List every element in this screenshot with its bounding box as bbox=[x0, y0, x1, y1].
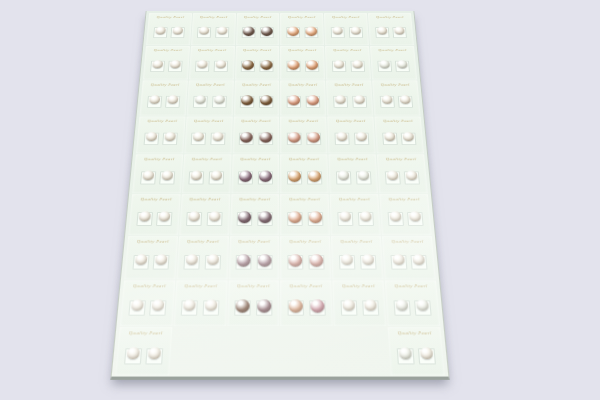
card-label: Quality Pearl bbox=[156, 13, 184, 20]
pearl-S bbox=[214, 95, 225, 104]
card-label: Quality Pearl bbox=[394, 281, 428, 290]
pearl-pair bbox=[132, 163, 182, 193]
pearl-mount bbox=[393, 300, 410, 315]
pearl-pair bbox=[173, 290, 227, 326]
pearl-W bbox=[403, 132, 415, 141]
pearl-card-r3c6: Quality Pearl bbox=[372, 80, 420, 115]
pearl-mount bbox=[165, 96, 180, 108]
pearl-card-r1c1: Quality Pearl bbox=[146, 13, 192, 45]
pearl-W bbox=[207, 254, 219, 265]
pearl-mount bbox=[193, 96, 208, 108]
pearl-mount bbox=[239, 133, 254, 145]
pearl-pair bbox=[385, 290, 440, 326]
pearl-card-r2c4: Quality Pearl bbox=[280, 46, 325, 80]
pearl-mount bbox=[195, 61, 210, 72]
pearl-pair bbox=[280, 125, 327, 154]
pearl-S bbox=[395, 299, 408, 310]
card-row-3: Quality PearlQuality PearlQuality PearlQ… bbox=[139, 80, 420, 115]
pearl-W bbox=[155, 254, 167, 265]
pearl-mount bbox=[132, 255, 149, 270]
pearl-mount bbox=[354, 133, 369, 145]
pearl-mount bbox=[146, 348, 164, 364]
pearl-P6 bbox=[288, 211, 301, 223]
pearl-pair bbox=[280, 20, 324, 45]
pearl-card-r7c1: Quality Pearl bbox=[124, 236, 178, 279]
pearl-W bbox=[394, 27, 405, 35]
pearl-card-r7c4: Quality Pearl bbox=[281, 236, 332, 279]
pearl-pair bbox=[280, 203, 330, 235]
pearl-card-r1c6: Quality Pearl bbox=[368, 13, 414, 45]
pearl-S bbox=[399, 347, 412, 359]
pearl-P2 bbox=[288, 60, 300, 70]
pearl-mount bbox=[287, 212, 303, 226]
pearl-mount bbox=[240, 96, 255, 108]
pearl-D1 bbox=[261, 27, 273, 36]
pearl-mount bbox=[411, 255, 428, 270]
pearl-mount bbox=[147, 96, 162, 108]
pearl-mount bbox=[348, 27, 362, 38]
pearl-W bbox=[332, 27, 342, 35]
pearl-W bbox=[186, 254, 198, 265]
pearl-mount bbox=[407, 212, 424, 226]
pearl-W bbox=[173, 27, 184, 35]
card-label: Quality Pearl bbox=[334, 81, 363, 88]
card-label: Quality Pearl bbox=[147, 117, 177, 125]
pearl-mount bbox=[305, 96, 320, 108]
pearl-mount bbox=[340, 300, 357, 315]
pearl-mount bbox=[287, 61, 301, 72]
pearl-P5 bbox=[288, 171, 301, 182]
pearl-pair bbox=[333, 290, 387, 326]
card-label: Quality Pearl bbox=[397, 327, 432, 337]
card-label: Quality Pearl bbox=[128, 327, 163, 337]
card-label: Quality Pearl bbox=[339, 194, 371, 202]
pearl-P1 bbox=[305, 27, 317, 36]
pearl-W bbox=[381, 95, 392, 104]
pearl-mount bbox=[304, 27, 318, 38]
pearl-D1 bbox=[243, 27, 255, 36]
pearl-mount bbox=[205, 255, 221, 270]
pearl-W bbox=[193, 132, 204, 141]
pearl-card-r5c6: Quality Pearl bbox=[377, 154, 428, 193]
pearl-card-r5c1: Quality Pearl bbox=[132, 154, 183, 193]
pearl-mount bbox=[191, 133, 206, 145]
card-label: Quality Pearl bbox=[143, 155, 174, 163]
pearl-card-r4c2: Quality Pearl bbox=[184, 116, 232, 153]
pearl-pair bbox=[182, 163, 231, 193]
card-label: Quality Pearl bbox=[239, 194, 271, 202]
pearl-W bbox=[211, 171, 222, 181]
pearl-card-r6c4: Quality Pearl bbox=[280, 194, 330, 235]
pearl-mount bbox=[375, 27, 389, 38]
card-row-9: Quality PearlQuality Pearl bbox=[115, 327, 445, 375]
pearl-mount bbox=[395, 61, 410, 72]
pearl-B3 bbox=[260, 95, 272, 105]
pearl-mount bbox=[352, 96, 367, 108]
pearl-mount bbox=[287, 171, 302, 184]
card-label: Quality Pearl bbox=[192, 155, 223, 163]
pearl-W bbox=[152, 299, 165, 310]
card-label: Quality Pearl bbox=[288, 13, 316, 20]
pearl-W bbox=[142, 171, 154, 181]
pearl-card-r7c6: Quality Pearl bbox=[382, 236, 436, 279]
pearl-pair bbox=[280, 88, 326, 116]
pearl-P5 bbox=[308, 171, 321, 182]
pearl-mount bbox=[385, 171, 401, 184]
pearl-mount bbox=[153, 255, 170, 270]
pearl-W bbox=[336, 132, 347, 141]
pearl-mount bbox=[237, 212, 253, 226]
pearl-pair bbox=[280, 163, 328, 193]
card-row-8: Quality PearlQuality PearlQuality PearlQ… bbox=[120, 280, 440, 326]
pearl-W bbox=[155, 27, 166, 35]
pearl-M7 bbox=[258, 254, 272, 267]
card-row-2: Quality PearlQuality PearlQuality PearlQ… bbox=[143, 46, 417, 80]
pearl-W bbox=[159, 211, 171, 221]
pearl-mount bbox=[404, 171, 420, 184]
pearl-pair bbox=[375, 125, 424, 154]
card-label: Quality Pearl bbox=[196, 81, 225, 88]
pearl-P1 bbox=[287, 27, 299, 36]
pearl-mount bbox=[209, 171, 225, 184]
pearl-W bbox=[359, 211, 371, 221]
pearl-mount bbox=[287, 133, 302, 145]
pearl-W bbox=[216, 60, 227, 68]
pearl-card-r6c5: Quality Pearl bbox=[330, 194, 381, 235]
pearl-mount bbox=[215, 27, 229, 38]
pearl-pair bbox=[235, 53, 280, 79]
pearl-W bbox=[389, 211, 401, 221]
pearl-card-r2c1: Quality Pearl bbox=[143, 46, 190, 80]
pearl-card-r3c4: Quality Pearl bbox=[280, 80, 326, 115]
pearl-W bbox=[354, 95, 365, 104]
card-label: Quality Pearl bbox=[289, 117, 319, 125]
empty-tray-slot bbox=[225, 327, 279, 375]
pearl-B3 bbox=[241, 95, 254, 105]
pearl-W bbox=[413, 254, 425, 265]
pearl-pair bbox=[228, 246, 279, 280]
pearl-card-r7c5: Quality Pearl bbox=[331, 236, 383, 279]
pearl-pair bbox=[139, 88, 187, 116]
pearl-pair bbox=[184, 125, 232, 154]
pearl-pair bbox=[124, 246, 177, 280]
card-row-7: Quality PearlQuality PearlQuality PearlQ… bbox=[124, 236, 436, 279]
pearl-mount bbox=[393, 27, 408, 38]
pearl-pair bbox=[191, 20, 236, 45]
pearl-mount bbox=[259, 61, 273, 72]
pearl-W bbox=[352, 60, 363, 68]
pearl-W bbox=[148, 347, 161, 359]
pearl-card-r9c1: Quality Pearl bbox=[115, 327, 172, 375]
pearl-pair bbox=[388, 338, 444, 376]
pearl-pair bbox=[236, 20, 280, 45]
pearl-mount bbox=[124, 348, 142, 364]
card-row-1: Quality PearlQuality PearlQuality PearlQ… bbox=[146, 13, 414, 45]
pearl-W bbox=[387, 171, 399, 181]
card-label: Quality Pearl bbox=[187, 236, 220, 245]
pearl-mount bbox=[136, 212, 153, 226]
pearl-card-r1c2: Quality Pearl bbox=[191, 13, 236, 45]
pearl-mount bbox=[333, 96, 348, 108]
pearl-P4 bbox=[288, 132, 301, 143]
pearl-W bbox=[184, 299, 197, 310]
pearl-P7 bbox=[309, 254, 323, 267]
card-label: Quality Pearl bbox=[383, 117, 413, 125]
pearl-W bbox=[168, 95, 179, 104]
pearl-mount bbox=[359, 255, 376, 270]
card-label: Quality Pearl bbox=[132, 281, 166, 290]
pearl-mount bbox=[236, 255, 252, 270]
pearl-pair bbox=[186, 88, 233, 116]
pearl-mount bbox=[140, 171, 156, 184]
pearl-mount bbox=[308, 255, 324, 270]
pearl-W bbox=[364, 299, 377, 310]
pearl-M5 bbox=[239, 171, 252, 182]
pearl-mount bbox=[128, 300, 146, 315]
pearl-mount bbox=[186, 212, 202, 226]
pearl-W bbox=[213, 132, 224, 141]
card-label: Quality Pearl bbox=[194, 117, 224, 125]
pearl-W bbox=[162, 171, 174, 181]
pearl-mount bbox=[256, 300, 272, 315]
pearl-card-r8c1: Quality Pearl bbox=[120, 280, 175, 326]
pearl-mount bbox=[382, 133, 398, 145]
pearl-pair bbox=[227, 290, 280, 326]
card-row-4: Quality PearlQuality PearlQuality PearlQ… bbox=[136, 116, 424, 153]
pearl-card-r1c4: Quality Pearl bbox=[280, 13, 324, 45]
pearl-mount bbox=[214, 61, 228, 72]
pearl-P7 bbox=[289, 254, 303, 267]
pearl-pair bbox=[329, 163, 378, 193]
pearl-W bbox=[392, 254, 404, 265]
pearl-mount bbox=[357, 212, 373, 226]
photo-scene: Quality PearlQuality PearlQuality PearlQ… bbox=[0, 0, 600, 400]
card-row-6: Quality PearlQuality PearlQuality PearlQ… bbox=[128, 194, 431, 235]
pearl-pair bbox=[371, 53, 418, 79]
card-label: Quality Pearl bbox=[376, 13, 404, 20]
pearl-card-r2c6: Quality Pearl bbox=[370, 46, 417, 80]
pearl-W bbox=[126, 347, 139, 359]
empty-tray-slot bbox=[334, 327, 390, 375]
card-label: Quality Pearl bbox=[385, 155, 416, 163]
pearl-card-r5c3: Quality Pearl bbox=[231, 154, 279, 193]
pearl-mount bbox=[159, 171, 175, 184]
pearl-B2 bbox=[260, 60, 272, 70]
card-label: Quality Pearl bbox=[136, 236, 169, 245]
card-label: Quality Pearl bbox=[288, 46, 317, 53]
pearl-W bbox=[335, 95, 346, 104]
pearl-V8 bbox=[257, 299, 271, 312]
pearl-Q8 bbox=[310, 299, 324, 312]
pearl-mount bbox=[153, 27, 168, 38]
pearl-pair bbox=[383, 246, 436, 280]
card-label: Quality Pearl bbox=[198, 46, 227, 53]
pearl-W bbox=[189, 211, 201, 221]
pearl-card-r6c1: Quality Pearl bbox=[128, 194, 180, 235]
pearl-P6 bbox=[308, 211, 322, 223]
empty-tray-slot bbox=[281, 327, 335, 375]
card-label: Quality Pearl bbox=[242, 81, 271, 88]
pearl-pair bbox=[328, 125, 376, 154]
pearl-mount bbox=[181, 300, 198, 315]
pearl-mount bbox=[143, 133, 159, 145]
card-label: Quality Pearl bbox=[244, 13, 272, 20]
pearl-mount bbox=[197, 27, 211, 38]
pearl-W bbox=[146, 132, 158, 141]
pearl-card-r3c2: Quality Pearl bbox=[186, 80, 233, 115]
pearl-mount bbox=[286, 27, 300, 38]
pearl-pair bbox=[332, 246, 384, 280]
pearl-P3 bbox=[306, 95, 319, 105]
card-label: Quality Pearl bbox=[185, 281, 219, 290]
pearl-W bbox=[131, 299, 144, 310]
pearl-mount bbox=[238, 171, 253, 184]
pearl-W bbox=[341, 254, 353, 265]
pearl-mount bbox=[207, 212, 223, 226]
card-label: Quality Pearl bbox=[140, 194, 172, 202]
pearl-card-r4c3: Quality Pearl bbox=[232, 116, 279, 153]
pearl-mount bbox=[149, 300, 166, 315]
pearl-S bbox=[195, 95, 206, 104]
pearl-mount bbox=[210, 133, 225, 145]
pearl-card-r5c2: Quality Pearl bbox=[182, 154, 232, 193]
pearl-mount bbox=[242, 27, 256, 38]
pearl-W bbox=[149, 95, 160, 104]
card-label: Quality Pearl bbox=[336, 117, 366, 125]
pearl-P3 bbox=[288, 95, 300, 105]
pearl-W bbox=[343, 299, 355, 310]
pearl-W bbox=[406, 171, 418, 181]
pearl-mount bbox=[306, 133, 321, 145]
pearl-mount bbox=[339, 255, 355, 270]
pearl-mount bbox=[234, 300, 251, 315]
pearl-pair bbox=[230, 203, 280, 235]
card-label: Quality Pearl bbox=[243, 46, 272, 53]
pearl-W bbox=[334, 60, 345, 68]
pearl-mount bbox=[156, 212, 172, 226]
pearl-mount bbox=[162, 133, 178, 145]
pearl-pair bbox=[377, 163, 427, 193]
pearl-mount bbox=[377, 61, 392, 72]
pearl-card-r3c3: Quality Pearl bbox=[233, 80, 279, 115]
pearl-W bbox=[205, 299, 217, 310]
pearl-S bbox=[338, 171, 349, 181]
pearl-card-r5c4: Quality Pearl bbox=[280, 154, 328, 193]
pearl-W bbox=[362, 254, 374, 265]
pearl-mount bbox=[260, 27, 274, 38]
card-label: Quality Pearl bbox=[150, 81, 180, 88]
pearl-pair bbox=[189, 53, 235, 79]
pearl-W bbox=[138, 211, 150, 221]
pearl-mount bbox=[334, 133, 349, 145]
pearl-pair bbox=[281, 246, 332, 280]
pearl-pair bbox=[281, 290, 334, 326]
pearl-card-r8c5: Quality Pearl bbox=[333, 280, 387, 326]
card-label: Quality Pearl bbox=[190, 194, 222, 202]
pearl-W bbox=[409, 211, 421, 221]
pearl-pair bbox=[128, 203, 180, 235]
pearl-M7 bbox=[237, 254, 251, 267]
pearl-card-r9c6: Quality Pearl bbox=[388, 327, 445, 375]
pearl-pair bbox=[380, 203, 432, 235]
pearl-W bbox=[209, 211, 221, 221]
pearl-card-r4c5: Quality Pearl bbox=[327, 116, 375, 153]
pearl-mount bbox=[212, 96, 227, 108]
pearl-W bbox=[217, 27, 227, 35]
pearl-pair bbox=[280, 53, 325, 79]
pearl-mount bbox=[390, 255, 407, 270]
pearl-pair bbox=[120, 290, 175, 326]
pearl-mount bbox=[241, 61, 255, 72]
pearl-B8 bbox=[236, 299, 250, 312]
pearl-W bbox=[377, 27, 388, 35]
pearl-card-r8c3: Quality Pearl bbox=[227, 280, 280, 326]
card-label: Quality Pearl bbox=[237, 281, 270, 290]
card-label: Quality Pearl bbox=[340, 236, 373, 245]
pearl-W bbox=[170, 60, 181, 68]
pearl-card-r2c3: Quality Pearl bbox=[235, 46, 280, 80]
pearl-mount bbox=[258, 133, 273, 145]
pearl-M6 bbox=[238, 211, 252, 223]
card-label: Quality Pearl bbox=[342, 281, 376, 290]
pearl-W bbox=[400, 95, 411, 104]
pearl-W bbox=[339, 211, 351, 221]
pearl-M4 bbox=[259, 132, 272, 143]
pearl-pair bbox=[368, 20, 413, 45]
pearl-mount bbox=[396, 348, 414, 364]
pearl-S bbox=[397, 60, 408, 68]
card-label: Quality Pearl bbox=[153, 46, 182, 53]
pearl-card-r8c4: Quality Pearl bbox=[281, 280, 334, 326]
pearl-card-r2c5: Quality Pearl bbox=[325, 46, 371, 80]
pearl-mount bbox=[288, 300, 304, 315]
pearl-mount bbox=[257, 255, 273, 270]
card-label: Quality Pearl bbox=[200, 13, 228, 20]
pearl-mount bbox=[305, 61, 319, 72]
pearl-card-r2c2: Quality Pearl bbox=[189, 46, 235, 80]
pearl-pair bbox=[327, 88, 374, 116]
pearl-mount bbox=[287, 255, 303, 270]
pearl-M5 bbox=[259, 171, 272, 182]
card-label: Quality Pearl bbox=[391, 236, 424, 245]
pearl-mount bbox=[414, 300, 432, 315]
pearl-mount bbox=[355, 171, 371, 184]
pearl-card-r1c3: Quality Pearl bbox=[236, 13, 280, 45]
pearl-W bbox=[384, 132, 395, 141]
pearl-W bbox=[197, 60, 208, 68]
card-row-5: Quality PearlQuality PearlQuality PearlQ… bbox=[132, 154, 428, 193]
pearl-mount bbox=[189, 171, 205, 184]
pearl-mount bbox=[258, 171, 273, 184]
card-label: Quality Pearl bbox=[333, 46, 362, 53]
pearl-pair bbox=[373, 88, 421, 116]
pearl-B2 bbox=[242, 60, 254, 70]
pearl-pair bbox=[136, 125, 185, 154]
card-label: Quality Pearl bbox=[332, 13, 360, 20]
pearl-pair bbox=[115, 338, 171, 376]
pearl-mount bbox=[171, 27, 185, 38]
pearl-pair bbox=[231, 163, 279, 193]
card-label: Quality Pearl bbox=[289, 194, 321, 202]
pearl-mount bbox=[337, 212, 353, 226]
pearl-pair bbox=[233, 88, 279, 116]
pearl-S bbox=[379, 60, 390, 68]
card-label: Quality Pearl bbox=[380, 81, 410, 88]
pearl-W bbox=[355, 132, 366, 141]
pearl-W bbox=[191, 171, 203, 181]
pearl-mount bbox=[379, 96, 394, 108]
pearl-mount bbox=[336, 171, 352, 184]
